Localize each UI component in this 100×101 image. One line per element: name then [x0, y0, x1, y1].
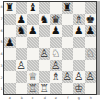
- piece-white-pawn-f2[interactable]: ♙: [63, 71, 73, 83]
- square-h6[interactable]: ♟: [85, 25, 97, 37]
- file-label-c: c: [28, 96, 38, 100]
- square-a2[interactable]: [4, 71, 16, 83]
- square-g4[interactable]: [73, 48, 85, 60]
- piece-black-pawn-a5[interactable]: ♟: [5, 37, 15, 49]
- square-a4[interactable]: [4, 48, 16, 60]
- piece-black-knight-b6[interactable]: ♞: [17, 25, 27, 37]
- square-c2[interactable]: ♕: [27, 71, 39, 83]
- square-a5[interactable]: ♟: [4, 37, 16, 49]
- square-f3[interactable]: [62, 60, 74, 72]
- chess-board: ♜♝♜♟♞♛♗♚♞♟♟♟♟♟♙♘♘♙♙♕♗♙♙♙♖♖♔: [4, 2, 96, 94]
- piece-white-rook-c1[interactable]: ♖: [28, 83, 38, 95]
- square-c6[interactable]: ♟: [27, 25, 39, 37]
- square-b7[interactable]: ♟: [16, 14, 28, 26]
- piece-white-pawn-d4[interactable]: ♙: [40, 48, 50, 60]
- square-c5[interactable]: [27, 37, 39, 49]
- square-d4[interactable]: ♙: [39, 48, 51, 60]
- piece-black-rook-f8[interactable]: ♜: [63, 2, 73, 14]
- square-a1[interactable]: [4, 83, 16, 95]
- piece-white-pawn-g2[interactable]: ♙: [74, 71, 84, 83]
- square-g3[interactable]: [73, 60, 85, 72]
- file-labels: abcdefgh: [4, 96, 96, 101]
- square-c7[interactable]: [27, 14, 39, 26]
- square-h5[interactable]: [85, 37, 97, 49]
- file-label-g: g: [74, 96, 84, 100]
- square-g8[interactable]: [73, 2, 85, 14]
- piece-black-king-h7[interactable]: ♚: [86, 14, 96, 26]
- square-g2[interactable]: ♙: [73, 71, 85, 83]
- piece-white-knight-h4[interactable]: ♘: [86, 48, 96, 60]
- piece-black-bishop-c8[interactable]: ♝: [28, 2, 38, 14]
- piece-black-pawn-e6[interactable]: ♟: [51, 25, 61, 37]
- square-b2[interactable]: [16, 71, 28, 83]
- file-label-b: b: [16, 96, 26, 100]
- piece-white-king-g1[interactable]: ♔: [74, 83, 84, 95]
- file-label-f: f: [62, 96, 72, 100]
- square-a3[interactable]: [4, 60, 16, 72]
- square-e4[interactable]: ♘: [50, 48, 62, 60]
- chess-diagram: 87654321 ♜♝♜♟♞♛♗♚♞♟♟♟♟♟♙♘♘♙♙♕♗♙♙♙♖♖♔ abc…: [0, 0, 100, 100]
- piece-white-bishop-e2[interactable]: ♗: [51, 71, 61, 83]
- square-d3[interactable]: [39, 60, 51, 72]
- piece-black-pawn-b7[interactable]: ♟: [17, 14, 27, 26]
- square-g5[interactable]: [73, 37, 85, 49]
- square-f2[interactable]: ♙: [62, 71, 74, 83]
- square-f7[interactable]: [62, 14, 74, 26]
- square-d1[interactable]: ♖: [39, 83, 51, 95]
- square-e1[interactable]: [50, 83, 62, 95]
- square-e3[interactable]: ♙: [50, 60, 62, 72]
- square-f5[interactable]: [62, 37, 74, 49]
- board-shadow: [97, 1, 100, 95]
- piece-white-pawn-b3[interactable]: ♙: [17, 60, 27, 72]
- piece-black-knight-d7[interactable]: ♞: [40, 14, 50, 26]
- piece-white-knight-e4[interactable]: ♘: [51, 48, 61, 60]
- square-h8[interactable]: [85, 2, 97, 14]
- piece-white-rook-d1[interactable]: ♖: [40, 83, 50, 95]
- square-b4[interactable]: [16, 48, 28, 60]
- piece-black-pawn-h6[interactable]: ♟: [86, 25, 96, 37]
- square-d2[interactable]: [39, 71, 51, 83]
- file-label-h: h: [85, 96, 95, 100]
- square-h2[interactable]: ♙: [85, 71, 97, 83]
- square-e2[interactable]: ♗: [50, 71, 62, 83]
- square-c8[interactable]: ♝: [27, 2, 39, 14]
- piece-white-queen-c2[interactable]: ♕: [28, 71, 38, 83]
- square-a7[interactable]: [4, 14, 16, 26]
- square-f4[interactable]: [62, 48, 74, 60]
- piece-black-queen-e7[interactable]: ♛: [51, 14, 61, 26]
- square-b3[interactable]: ♙: [16, 60, 28, 72]
- square-e8[interactable]: [50, 2, 62, 14]
- square-c3[interactable]: [27, 60, 39, 72]
- square-e6[interactable]: ♟: [50, 25, 62, 37]
- square-g7[interactable]: ♗: [73, 14, 85, 26]
- file-label-e: e: [51, 96, 61, 100]
- square-g6[interactable]: ♟: [73, 25, 85, 37]
- piece-black-rook-a8[interactable]: ♜: [5, 2, 15, 14]
- square-h4[interactable]: ♘: [85, 48, 97, 60]
- square-b8[interactable]: [16, 2, 28, 14]
- square-f6[interactable]: [62, 25, 74, 37]
- square-c1[interactable]: ♖: [27, 83, 39, 95]
- square-d5[interactable]: [39, 37, 51, 49]
- square-a8[interactable]: ♜: [4, 2, 16, 14]
- file-label-a: a: [5, 96, 15, 100]
- piece-black-pawn-c6[interactable]: ♟: [28, 25, 38, 37]
- square-e7[interactable]: ♛: [50, 14, 62, 26]
- square-a6[interactable]: [4, 25, 16, 37]
- square-h1[interactable]: [85, 83, 97, 95]
- square-f1[interactable]: [62, 83, 74, 95]
- square-e5[interactable]: [50, 37, 62, 49]
- square-b5[interactable]: [16, 37, 28, 49]
- square-b6[interactable]: ♞: [16, 25, 28, 37]
- square-d8[interactable]: [39, 2, 51, 14]
- chess-board-frame: ♜♝♜♟♞♛♗♚♞♟♟♟♟♟♙♘♘♙♙♕♗♙♙♙♖♖♔: [3, 1, 97, 95]
- square-d6[interactable]: [39, 25, 51, 37]
- square-c4[interactable]: [27, 48, 39, 60]
- square-b1[interactable]: [16, 83, 28, 95]
- square-h3[interactable]: [85, 60, 97, 72]
- piece-white-pawn-h2[interactable]: ♙: [86, 71, 96, 83]
- square-h7[interactable]: ♚: [85, 14, 97, 26]
- piece-white-pawn-e3[interactable]: ♙: [51, 60, 61, 72]
- piece-white-bishop-g7[interactable]: ♗: [74, 14, 84, 26]
- square-d7[interactable]: ♞: [39, 14, 51, 26]
- square-g1[interactable]: ♔: [73, 83, 85, 95]
- square-f8[interactable]: ♜: [62, 2, 74, 14]
- piece-black-pawn-g6[interactable]: ♟: [74, 25, 84, 37]
- file-label-d: d: [39, 96, 49, 100]
